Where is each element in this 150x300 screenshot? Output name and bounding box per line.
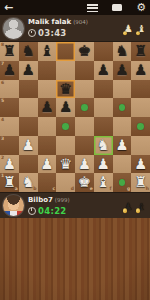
piece-black-p: ♟ xyxy=(40,100,53,115)
square-f8[interactable] xyxy=(94,42,113,61)
piece-black-q: ♛ xyxy=(59,82,72,97)
square-h7[interactable]: ♟ xyxy=(131,61,150,80)
piece-black-r: ♜ xyxy=(134,44,147,59)
legal-move-dot xyxy=(62,123,69,130)
coin-icon xyxy=(123,208,128,213)
piece-white-b: ♝ xyxy=(97,175,110,190)
square-g4[interactable] xyxy=(113,117,132,136)
opponent-bar: Malik falak (904) 03:43 ♟♝ xyxy=(0,15,150,42)
square-e1[interactable]: e♚ xyxy=(75,173,94,192)
square-g7[interactable]: ♟ xyxy=(113,61,132,80)
piece-white-p: ♟ xyxy=(22,138,35,153)
rank-label-7: 7 xyxy=(1,62,4,67)
rank-label-8: 8 xyxy=(1,43,4,48)
piece-black-p: ♟ xyxy=(115,63,128,78)
square-c2[interactable]: ♟ xyxy=(38,155,57,174)
square-h5[interactable] xyxy=(131,98,150,117)
opponent-captured-tray: ♟♝ xyxy=(124,24,146,34)
top-bar: ← ⚙ xyxy=(0,0,150,15)
square-c1[interactable]: c xyxy=(38,173,57,192)
rank-label-1: 1 xyxy=(1,174,4,179)
square-e3[interactable] xyxy=(75,136,94,155)
player-clock: 04:22 xyxy=(38,206,67,216)
piece-black-p: ♟ xyxy=(3,63,16,78)
square-g2[interactable] xyxy=(113,155,132,174)
chat-icon[interactable] xyxy=(112,4,122,11)
square-f5[interactable] xyxy=(94,98,113,117)
coin-icon xyxy=(123,31,128,36)
legal-move-dot xyxy=(119,104,126,111)
square-a2[interactable]: 2♟ xyxy=(0,155,19,174)
moves-list-icon[interactable] xyxy=(87,4,98,12)
square-a5[interactable]: 5 xyxy=(0,98,19,117)
piece-black-n: ♞ xyxy=(115,44,128,59)
piece-black-n: ♞ xyxy=(22,44,35,59)
square-g6[interactable] xyxy=(113,80,132,99)
square-d4[interactable] xyxy=(56,117,75,136)
captured-black-pawn: ♟ xyxy=(124,202,133,212)
square-g3[interactable]: ♟ xyxy=(113,136,132,155)
square-b3[interactable]: ♟ xyxy=(19,136,38,155)
captured-white-bishop: ♝ xyxy=(137,24,146,34)
square-e7[interactable] xyxy=(75,61,94,80)
piece-white-p: ♟ xyxy=(115,138,128,153)
piece-black-p: ♟ xyxy=(97,63,110,78)
square-f4[interactable] xyxy=(94,117,113,136)
square-a6[interactable]: 6 xyxy=(0,80,19,99)
file-label-e: e xyxy=(90,187,93,192)
file-label-f: f xyxy=(110,187,112,192)
square-e2[interactable]: ♟ xyxy=(75,155,94,174)
square-e5[interactable] xyxy=(75,98,94,117)
piece-white-p: ♟ xyxy=(97,157,110,172)
square-f2[interactable]: ♟ xyxy=(94,155,113,174)
clock-icon xyxy=(28,207,36,215)
square-d1[interactable]: d xyxy=(56,173,75,192)
square-a8[interactable]: 8♜ xyxy=(0,42,19,61)
file-label-d: d xyxy=(71,187,74,192)
file-label-g: g xyxy=(127,187,130,192)
player-avatar[interactable] xyxy=(3,195,24,216)
file-label-b: b xyxy=(33,187,36,192)
square-b6[interactable] xyxy=(19,80,38,99)
coin-icon xyxy=(136,31,141,36)
square-a3[interactable]: 3 xyxy=(0,136,19,155)
square-e4[interactable] xyxy=(75,117,94,136)
square-b2[interactable] xyxy=(19,155,38,174)
piece-black-r: ♜ xyxy=(3,44,16,59)
square-c5[interactable]: ♟ xyxy=(38,98,57,117)
settings-icon[interactable]: ⚙ xyxy=(136,1,146,14)
player-captured-tray: ♟♝ xyxy=(124,202,146,212)
square-b7[interactable]: ♟ xyxy=(19,61,38,80)
clock-icon xyxy=(28,29,36,37)
square-d3[interactable] xyxy=(56,136,75,155)
square-g5[interactable] xyxy=(113,98,132,117)
square-h2[interactable]: ♟ xyxy=(131,155,150,174)
square-h4[interactable] xyxy=(131,117,150,136)
piece-black-p: ♟ xyxy=(22,63,35,78)
square-d2[interactable]: ♛ xyxy=(56,155,75,174)
opponent-avatar[interactable] xyxy=(3,18,24,39)
piece-white-p: ♟ xyxy=(40,157,53,172)
captured-black-bishop: ♝ xyxy=(137,202,146,212)
piece-black-b: ♝ xyxy=(40,44,53,59)
square-c4[interactable] xyxy=(38,117,57,136)
square-c3[interactable] xyxy=(38,136,57,155)
square-b5[interactable] xyxy=(19,98,38,117)
square-b8[interactable]: ♞ xyxy=(19,42,38,61)
square-c6[interactable] xyxy=(38,80,57,99)
legal-move-dot xyxy=(119,179,126,186)
chess-board: 8♜♞♝♚♞♜7♟♟♟♟♟6♛5♟♟43♟♞♟2♟♟♛♟♟♟1a♜b♞cde♚f… xyxy=(0,42,150,192)
square-d8[interactable] xyxy=(56,42,75,61)
square-b1[interactable]: b♞ xyxy=(19,173,38,192)
square-a7[interactable]: 7♟ xyxy=(0,61,19,80)
file-label-h: h xyxy=(146,187,149,192)
square-a1[interactable]: 1a♜ xyxy=(0,173,19,192)
player-name: Bilbo7 xyxy=(28,196,53,205)
piece-black-p: ♟ xyxy=(59,100,72,115)
square-b4[interactable] xyxy=(19,117,38,136)
square-d5[interactable]: ♟ xyxy=(56,98,75,117)
file-label-c: c xyxy=(53,187,56,192)
back-icon[interactable]: ← xyxy=(4,0,13,15)
piece-white-p: ♟ xyxy=(134,157,147,172)
square-d6[interactable]: ♛ xyxy=(56,80,75,99)
app-screen: ← ⚙ Malik falak (904) 03:43 ♟♝ 8♜♞♝♚♞♜7♟… xyxy=(0,0,150,300)
square-h3[interactable] xyxy=(131,136,150,155)
square-d7[interactable] xyxy=(56,61,75,80)
rank-label-6: 6 xyxy=(1,81,4,86)
square-f6[interactable] xyxy=(94,80,113,99)
rank-label-2: 2 xyxy=(1,156,4,161)
file-label-a: a xyxy=(15,187,18,192)
square-c7[interactable] xyxy=(38,61,57,80)
captured-white-pawn: ♟ xyxy=(124,24,133,34)
square-h1[interactable]: h♜ xyxy=(131,173,150,192)
player-bar: Bilbo7 (999) 04:22 ♟♝ xyxy=(0,192,150,218)
piece-black-k: ♚ xyxy=(78,44,91,59)
legal-move-dot xyxy=(81,104,88,111)
opponent-name: Malik falak xyxy=(28,18,71,27)
square-h8[interactable]: ♜ xyxy=(131,42,150,61)
opponent-clock: 03:43 xyxy=(38,28,67,38)
legal-move-dot xyxy=(137,123,144,130)
rank-label-5: 5 xyxy=(1,99,4,104)
square-e8[interactable]: ♚ xyxy=(75,42,94,61)
square-g8[interactable]: ♞ xyxy=(113,42,132,61)
player-rating: (999) xyxy=(55,196,70,205)
square-f7[interactable]: ♟ xyxy=(94,61,113,80)
square-h6[interactable] xyxy=(131,80,150,99)
piece-white-p: ♟ xyxy=(3,157,16,172)
opponent-rating: (904) xyxy=(73,18,88,27)
square-a4[interactable]: 4 xyxy=(0,117,19,136)
square-g1[interactable]: g xyxy=(113,173,132,192)
square-f3[interactable]: ♞ xyxy=(94,136,113,155)
piece-black-p: ♟ xyxy=(134,63,147,78)
piece-white-n: ♞ xyxy=(97,138,110,153)
square-f1[interactable]: f♝ xyxy=(94,173,113,192)
square-e6[interactable] xyxy=(75,80,94,99)
coin-icon xyxy=(136,208,141,213)
rank-label-4: 4 xyxy=(1,118,4,123)
rank-label-3: 3 xyxy=(1,137,4,142)
piece-white-p: ♟ xyxy=(78,157,91,172)
square-c8[interactable]: ♝ xyxy=(38,42,57,61)
piece-white-q: ♛ xyxy=(59,157,72,172)
